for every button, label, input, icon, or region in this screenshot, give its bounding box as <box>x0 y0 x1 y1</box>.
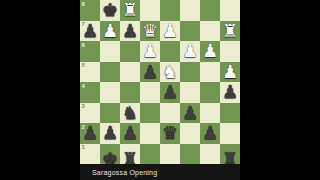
piece-black-queen-e2: ♛ <box>160 123 180 144</box>
piece-black-knight-c3: ♞ <box>120 103 140 124</box>
square-c6 <box>120 41 140 62</box>
square-a6: 6 <box>80 41 100 62</box>
piece-black-pawn-a7: ♟ <box>80 21 100 42</box>
piece-white-knight-e5: ♞ <box>160 62 180 83</box>
piece-black-pawn-f3: ♟ <box>180 103 200 124</box>
piece-black-pawn-b2: ♟ <box>100 123 120 144</box>
square-g5 <box>200 62 220 83</box>
square-d3 <box>140 103 160 124</box>
chess-board: 8♚♜7♟♟♟♛♟♜6♟♟♟5♟♞♟4♟♟3♞♟2♟♟♟♛♟1♚♜♜ <box>80 0 240 164</box>
square-a2: 2♟ <box>80 123 100 144</box>
piece-white-pawn-g6: ♟ <box>200 41 220 62</box>
square-b4 <box>100 82 120 103</box>
square-d8 <box>140 0 160 21</box>
video-frame: 8♚♜7♟♟♟♛♟♜6♟♟♟5♟♞♟4♟♟3♞♟2♟♟♟♛♟1♚♜♜ Sarag… <box>0 0 320 180</box>
piece-black-pawn-a2: ♟ <box>80 123 100 144</box>
square-c4 <box>120 82 140 103</box>
square-f3: ♟ <box>180 103 200 124</box>
square-c5 <box>120 62 140 83</box>
square-f8 <box>180 0 200 21</box>
square-a3: 3 <box>80 103 100 124</box>
piece-black-pawn-c2: ♟ <box>120 123 140 144</box>
caption-bar: Saragossa Opening <box>80 164 240 180</box>
square-f2 <box>180 123 200 144</box>
square-h7: ♜ <box>220 21 240 42</box>
piece-white-pawn-f6: ♟ <box>180 41 200 62</box>
rank-label-4: 4 <box>82 83 85 89</box>
piece-black-pawn-e4: ♟ <box>160 82 180 103</box>
piece-black-pawn-g2: ♟ <box>200 123 220 144</box>
piece-black-pawn-h4: ♟ <box>220 82 240 103</box>
square-g4 <box>200 82 220 103</box>
piece-white-rook-h7: ♜ <box>220 21 240 42</box>
square-f6: ♟ <box>180 41 200 62</box>
square-e5: ♞ <box>160 62 180 83</box>
piece-black-pawn-d5: ♟ <box>140 62 160 83</box>
square-h5: ♟ <box>220 62 240 83</box>
piece-white-queen-d7: ♛ <box>140 21 160 42</box>
square-e3 <box>160 103 180 124</box>
square-g3 <box>200 103 220 124</box>
square-d4 <box>140 82 160 103</box>
rank-label-5: 5 <box>82 62 85 68</box>
rank-label-6: 6 <box>82 42 85 48</box>
square-g1 <box>200 144 220 165</box>
square-b1: ♚ <box>100 144 120 165</box>
square-a5: 5 <box>80 62 100 83</box>
square-e2: ♛ <box>160 123 180 144</box>
square-c7: ♟ <box>120 21 140 42</box>
rank-label-1: 1 <box>82 144 85 150</box>
square-e7: ♟ <box>160 21 180 42</box>
square-h4: ♟ <box>220 82 240 103</box>
square-b2: ♟ <box>100 123 120 144</box>
caption-text: Saragossa Opening <box>80 169 157 176</box>
square-c1: ♜ <box>120 144 140 165</box>
square-g2: ♟ <box>200 123 220 144</box>
piece-white-pawn-e7: ♟ <box>160 21 180 42</box>
piece-black-king-b8: ♚ <box>100 0 120 21</box>
square-d5: ♟ <box>140 62 160 83</box>
square-d1 <box>140 144 160 165</box>
square-f4 <box>180 82 200 103</box>
square-f1 <box>180 144 200 165</box>
piece-white-rook-c8: ♜ <box>120 0 140 21</box>
square-c8: ♜ <box>120 0 140 21</box>
square-h6 <box>220 41 240 62</box>
square-b3 <box>100 103 120 124</box>
square-c3: ♞ <box>120 103 140 124</box>
piece-white-pawn-d6: ♟ <box>140 41 160 62</box>
square-a1: 1 <box>80 144 100 165</box>
square-h8 <box>220 0 240 21</box>
square-e8 <box>160 0 180 21</box>
square-d2 <box>140 123 160 144</box>
rank-label-8: 8 <box>82 1 85 7</box>
piece-white-pawn-h5: ♟ <box>220 62 240 83</box>
square-g8 <box>200 0 220 21</box>
square-b8: ♚ <box>100 0 120 21</box>
square-a7: 7♟ <box>80 21 100 42</box>
square-h3 <box>220 103 240 124</box>
square-f7 <box>180 21 200 42</box>
square-f5 <box>180 62 200 83</box>
piece-white-pawn-b7: ♟ <box>100 21 120 42</box>
rank-label-3: 3 <box>82 103 85 109</box>
square-g6: ♟ <box>200 41 220 62</box>
square-c2: ♟ <box>120 123 140 144</box>
square-e6 <box>160 41 180 62</box>
square-a4: 4 <box>80 82 100 103</box>
square-g7 <box>200 21 220 42</box>
square-a8: 8 <box>80 0 100 21</box>
square-b7: ♟ <box>100 21 120 42</box>
square-d6: ♟ <box>140 41 160 62</box>
square-d7: ♛ <box>140 21 160 42</box>
square-b5 <box>100 62 120 83</box>
square-b6 <box>100 41 120 62</box>
square-e4: ♟ <box>160 82 180 103</box>
piece-black-pawn-c7: ♟ <box>120 21 140 42</box>
square-e1 <box>160 144 180 165</box>
square-h2 <box>220 123 240 144</box>
square-h1: ♜ <box>220 144 240 165</box>
